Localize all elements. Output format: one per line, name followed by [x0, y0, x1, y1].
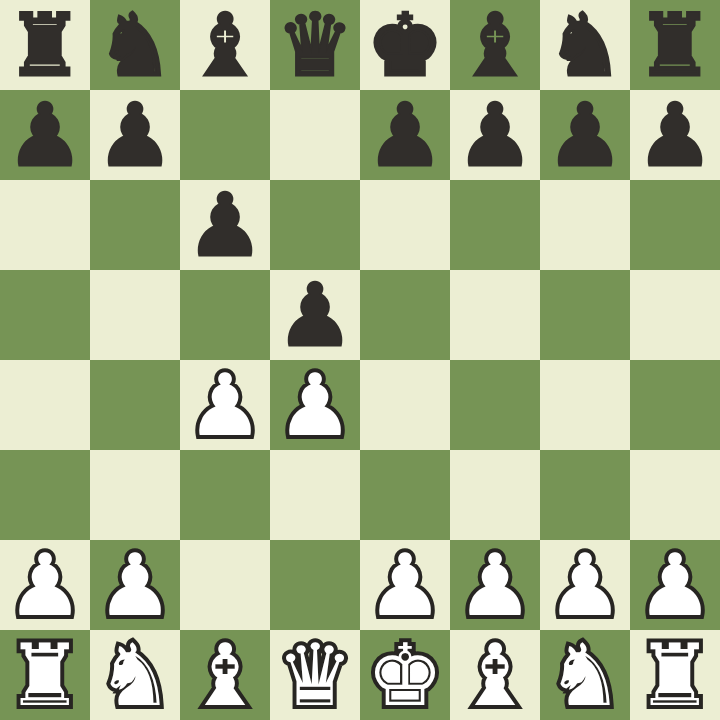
square-g5[interactable]: [540, 270, 630, 360]
square-g2[interactable]: [540, 540, 630, 630]
piece-black-pawn[interactable]: [0, 90, 90, 180]
piece-black-rook[interactable]: [630, 0, 720, 90]
square-g7[interactable]: [540, 90, 630, 180]
square-c1[interactable]: [180, 630, 270, 720]
square-f5[interactable]: [450, 270, 540, 360]
square-h6[interactable]: [630, 180, 720, 270]
piece-black-knight[interactable]: [90, 0, 180, 90]
piece-black-queen[interactable]: [270, 0, 360, 90]
square-d5[interactable]: [270, 270, 360, 360]
square-f3[interactable]: [450, 450, 540, 540]
square-a7[interactable]: [0, 90, 90, 180]
square-c6[interactable]: [180, 180, 270, 270]
piece-white-rook[interactable]: [0, 630, 90, 720]
piece-white-pawn[interactable]: [90, 540, 180, 630]
square-a5[interactable]: [0, 270, 90, 360]
square-h1[interactable]: [630, 630, 720, 720]
square-f8[interactable]: [450, 0, 540, 90]
square-e1[interactable]: [360, 630, 450, 720]
square-b6[interactable]: [90, 180, 180, 270]
piece-black-pawn[interactable]: [90, 90, 180, 180]
piece-black-knight[interactable]: [540, 0, 630, 90]
piece-white-pawn[interactable]: [450, 540, 540, 630]
square-d8[interactable]: [270, 0, 360, 90]
piece-white-pawn[interactable]: [360, 540, 450, 630]
piece-black-pawn[interactable]: [270, 270, 360, 360]
piece-white-pawn[interactable]: [180, 360, 270, 450]
piece-black-bishop[interactable]: [180, 0, 270, 90]
piece-black-king[interactable]: [360, 0, 450, 90]
piece-white-bishop[interactable]: [180, 630, 270, 720]
square-b4[interactable]: [90, 360, 180, 450]
square-b3[interactable]: [90, 450, 180, 540]
square-a3[interactable]: [0, 450, 90, 540]
square-d1[interactable]: [270, 630, 360, 720]
square-b5[interactable]: [90, 270, 180, 360]
square-a6[interactable]: [0, 180, 90, 270]
square-e3[interactable]: [360, 450, 450, 540]
square-b8[interactable]: [90, 0, 180, 90]
square-b1[interactable]: [90, 630, 180, 720]
piece-white-pawn[interactable]: [0, 540, 90, 630]
square-h3[interactable]: [630, 450, 720, 540]
piece-white-knight[interactable]: [90, 630, 180, 720]
square-h7[interactable]: [630, 90, 720, 180]
square-d7[interactable]: [270, 90, 360, 180]
square-a8[interactable]: [0, 0, 90, 90]
square-g3[interactable]: [540, 450, 630, 540]
piece-white-rook[interactable]: [630, 630, 720, 720]
square-g6[interactable]: [540, 180, 630, 270]
square-a1[interactable]: [0, 630, 90, 720]
square-b2[interactable]: [90, 540, 180, 630]
square-b7[interactable]: [90, 90, 180, 180]
piece-white-bishop[interactable]: [450, 630, 540, 720]
square-e5[interactable]: [360, 270, 450, 360]
square-g8[interactable]: [540, 0, 630, 90]
piece-white-knight[interactable]: [540, 630, 630, 720]
square-d3[interactable]: [270, 450, 360, 540]
piece-white-pawn[interactable]: [270, 360, 360, 450]
piece-black-pawn[interactable]: [630, 90, 720, 180]
square-c2[interactable]: [180, 540, 270, 630]
square-f6[interactable]: [450, 180, 540, 270]
piece-white-queen[interactable]: [270, 630, 360, 720]
square-c4[interactable]: [180, 360, 270, 450]
square-a2[interactable]: [0, 540, 90, 630]
square-f2[interactable]: [450, 540, 540, 630]
square-e6[interactable]: [360, 180, 450, 270]
square-e7[interactable]: [360, 90, 450, 180]
square-h5[interactable]: [630, 270, 720, 360]
square-e2[interactable]: [360, 540, 450, 630]
piece-black-pawn[interactable]: [180, 180, 270, 270]
square-c7[interactable]: [180, 90, 270, 180]
square-d2[interactable]: [270, 540, 360, 630]
square-e4[interactable]: [360, 360, 450, 450]
square-c8[interactable]: [180, 0, 270, 90]
square-e8[interactable]: [360, 0, 450, 90]
square-h8[interactable]: [630, 0, 720, 90]
square-h4[interactable]: [630, 360, 720, 450]
square-a4[interactable]: [0, 360, 90, 450]
square-f7[interactable]: [450, 90, 540, 180]
square-c5[interactable]: [180, 270, 270, 360]
square-h2[interactable]: [630, 540, 720, 630]
piece-white-pawn[interactable]: [630, 540, 720, 630]
square-f1[interactable]: [450, 630, 540, 720]
piece-black-bishop[interactable]: [450, 0, 540, 90]
piece-black-pawn[interactable]: [450, 90, 540, 180]
piece-black-pawn[interactable]: [360, 90, 450, 180]
piece-white-pawn[interactable]: [540, 540, 630, 630]
chess-board: [0, 0, 720, 720]
square-g4[interactable]: [540, 360, 630, 450]
piece-black-pawn[interactable]: [540, 90, 630, 180]
piece-black-rook[interactable]: [0, 0, 90, 90]
square-d4[interactable]: [270, 360, 360, 450]
square-d6[interactable]: [270, 180, 360, 270]
square-c3[interactable]: [180, 450, 270, 540]
piece-white-king[interactable]: [360, 630, 450, 720]
square-g1[interactable]: [540, 630, 630, 720]
square-f4[interactable]: [450, 360, 540, 450]
